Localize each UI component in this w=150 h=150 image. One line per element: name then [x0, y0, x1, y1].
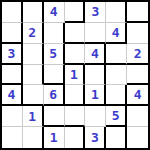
- cell-r3c1[interactable]: 3: [2, 44, 23, 65]
- cell-r5c6[interactable]: [106, 85, 127, 106]
- cell-r3c4[interactable]: [65, 44, 86, 65]
- cell-r1c7[interactable]: [127, 2, 148, 23]
- cell-r2c5[interactable]: [85, 23, 106, 44]
- cell-r2c2[interactable]: 2: [23, 23, 44, 44]
- puzzle-board: 43243542146141513: [0, 0, 150, 150]
- cell-r5c5[interactable]: 1: [85, 85, 106, 106]
- cell-r6c5[interactable]: [85, 106, 106, 127]
- cell-r4c4[interactable]: 1: [65, 65, 86, 86]
- cell-r4c7[interactable]: [127, 65, 148, 86]
- cell-r2c4[interactable]: [65, 23, 86, 44]
- cell-r1c3[interactable]: 4: [44, 2, 65, 23]
- cell-r2c7[interactable]: [127, 23, 148, 44]
- cell-r7c2[interactable]: [23, 127, 44, 148]
- cell-r7c4[interactable]: [65, 127, 86, 148]
- cell-r5c7[interactable]: 4: [127, 85, 148, 106]
- cell-r1c6[interactable]: [106, 2, 127, 23]
- cell-r5c1[interactable]: 4: [2, 85, 23, 106]
- cell-r5c4[interactable]: [65, 85, 86, 106]
- cell-r6c7[interactable]: [127, 106, 148, 127]
- cell-r4c6[interactable]: [106, 65, 127, 86]
- cell-r7c6[interactable]: [106, 127, 127, 148]
- cell-r3c5[interactable]: 4: [85, 44, 106, 65]
- cell-r3c7[interactable]: 2: [127, 44, 148, 65]
- cell-r3c6[interactable]: [106, 44, 127, 65]
- cell-r1c2[interactable]: [23, 2, 44, 23]
- cell-r3c3[interactable]: 5: [44, 44, 65, 65]
- cell-r2c6[interactable]: 4: [106, 23, 127, 44]
- cell-r6c1[interactable]: [2, 106, 23, 127]
- cell-r2c3[interactable]: [44, 23, 65, 44]
- cell-r6c2[interactable]: 1: [23, 106, 44, 127]
- cell-r7c1[interactable]: [2, 127, 23, 148]
- cell-r4c1[interactable]: [2, 65, 23, 86]
- cell-r6c3[interactable]: [44, 106, 65, 127]
- cell-r4c5[interactable]: [85, 65, 106, 86]
- cell-r3c2[interactable]: [23, 44, 44, 65]
- cell-r7c3[interactable]: 1: [44, 127, 65, 148]
- cell-r4c2[interactable]: [23, 65, 44, 86]
- cell-r2c1[interactable]: [2, 23, 23, 44]
- cell-r6c4[interactable]: [65, 106, 86, 127]
- cell-r1c1[interactable]: [2, 2, 23, 23]
- cell-r7c7[interactable]: [127, 127, 148, 148]
- cell-r5c2[interactable]: [23, 85, 44, 106]
- cell-r1c5[interactable]: 3: [85, 2, 106, 23]
- cell-r7c5[interactable]: 3: [85, 127, 106, 148]
- cell-r4c3[interactable]: [44, 65, 65, 86]
- cell-r1c4[interactable]: [65, 2, 86, 23]
- cell-r6c6[interactable]: 5: [106, 106, 127, 127]
- cell-r5c3[interactable]: 6: [44, 85, 65, 106]
